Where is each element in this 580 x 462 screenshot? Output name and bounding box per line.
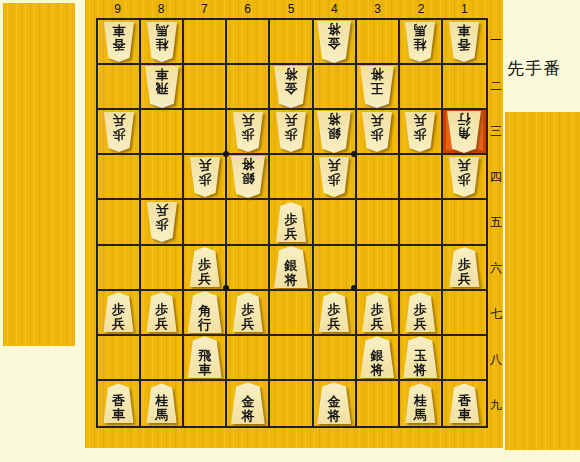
star-point xyxy=(351,151,357,157)
piece-face: 歩兵 xyxy=(232,292,264,332)
square-1-1[interactable]: 香車 xyxy=(443,20,486,65)
turn-indicator: 先手番 xyxy=(507,57,577,80)
piece-kanji: 将 xyxy=(284,67,297,81)
piece-kanji: 歩 xyxy=(371,303,384,317)
piece-kanji: 兵 xyxy=(328,317,341,331)
square-8-8[interactable] xyxy=(141,336,184,381)
piece-kanji: 将 xyxy=(328,112,341,126)
square-6-9[interactable]: 金将 xyxy=(227,381,270,426)
square-6-1[interactable] xyxy=(227,20,270,65)
piece-face: 金将 xyxy=(273,66,309,108)
piece-sente-bishop-77[interactable]: 角行 xyxy=(187,291,223,333)
piece-kanji: 飛 xyxy=(155,81,168,95)
piece-gote-gold-52[interactable]: 金将 xyxy=(273,66,309,108)
piece-face: 歩兵 xyxy=(318,157,350,197)
piece-kanji: 角 xyxy=(198,304,211,318)
piece-face: 銀将 xyxy=(316,111,352,153)
square-3-3[interactable]: 歩兵 xyxy=(357,110,400,155)
file-label-2: 2 xyxy=(399,0,442,18)
rank-label-7: 七 xyxy=(489,291,503,337)
square-7-1[interactable] xyxy=(184,20,227,65)
piece-sente-pawn-76[interactable]: 歩兵 xyxy=(189,247,221,287)
piece-kanji: 馬 xyxy=(155,23,168,37)
square-4-9[interactable]: 金将 xyxy=(314,381,357,426)
piece-sente-pawn-87[interactable]: 歩兵 xyxy=(146,292,178,332)
piece-face: 歩兵 xyxy=(404,112,436,152)
piece-face: 歩兵 xyxy=(275,202,307,242)
square-2-9[interactable]: 桂馬 xyxy=(400,381,443,426)
piece-gote-gold-41[interactable]: 金将 xyxy=(316,21,352,63)
gote-captured-pieces-stand[interactable] xyxy=(3,3,75,346)
piece-kanji: 兵 xyxy=(414,317,427,331)
piece-face: 歩兵 xyxy=(103,292,135,332)
square-2-3[interactable]: 歩兵 xyxy=(400,110,443,155)
piece-kanji: 兵 xyxy=(241,113,254,127)
piece-kanji: 金 xyxy=(328,36,341,50)
piece-kanji: 歩 xyxy=(458,172,471,186)
piece-kanji: 兵 xyxy=(414,113,427,127)
piece-sente-gold-69[interactable]: 金将 xyxy=(230,382,266,424)
piece-face: 金将 xyxy=(230,382,266,424)
piece-gote-pawn-14[interactable]: 歩兵 xyxy=(448,157,480,197)
piece-kanji: 兵 xyxy=(155,203,168,217)
file-label-4: 4 xyxy=(313,0,356,18)
piece-gote-pawn-93[interactable]: 歩兵 xyxy=(103,112,135,152)
square-6-7[interactable]: 歩兵 xyxy=(227,291,270,336)
square-7-5[interactable] xyxy=(184,200,227,245)
piece-kanji: 将 xyxy=(371,363,384,377)
square-6-5[interactable] xyxy=(227,200,270,245)
square-7-2[interactable] xyxy=(184,65,227,110)
piece-face: 王将 xyxy=(359,66,395,108)
square-5-2[interactable]: 金将 xyxy=(270,65,313,110)
square-2-1[interactable]: 桂馬 xyxy=(400,20,443,65)
square-9-6[interactable] xyxy=(98,246,141,291)
piece-face: 飛車 xyxy=(144,66,180,108)
piece-kanji: 桂 xyxy=(155,394,168,408)
piece-sente-lance-19[interactable]: 香車 xyxy=(448,383,480,423)
piece-kanji: 桂 xyxy=(155,37,168,51)
piece-kanji: 兵 xyxy=(458,158,471,172)
piece-kanji: 香 xyxy=(112,394,125,408)
piece-kanji: 将 xyxy=(328,22,341,36)
square-2-4[interactable] xyxy=(400,155,443,200)
piece-face: 桂馬 xyxy=(404,383,436,423)
piece-kanji: 兵 xyxy=(198,158,211,172)
square-1-9[interactable]: 香車 xyxy=(443,381,486,426)
square-9-4[interactable] xyxy=(98,155,141,200)
file-label-6: 6 xyxy=(226,0,269,18)
piece-kanji: 車 xyxy=(458,408,471,422)
piece-gote-pawn-74[interactable]: 歩兵 xyxy=(189,157,221,197)
piece-kanji: 金 xyxy=(241,395,254,409)
piece-gote-pawn-85[interactable]: 歩兵 xyxy=(146,202,178,242)
piece-kanji: 銀 xyxy=(284,259,297,273)
square-1-7[interactable] xyxy=(443,291,486,336)
rank-label-2: 二 xyxy=(489,64,503,110)
file-label-9: 9 xyxy=(96,0,139,18)
square-8-3[interactable] xyxy=(141,110,184,155)
piece-kanji: 兵 xyxy=(241,317,254,331)
piece-kanji: 兵 xyxy=(328,158,341,172)
piece-face: 歩兵 xyxy=(103,112,135,152)
rank-label-9: 九 xyxy=(489,382,503,428)
square-7-3[interactable] xyxy=(184,110,227,155)
piece-kanji: 桂 xyxy=(414,37,427,51)
square-7-7[interactable]: 角行 xyxy=(184,291,227,336)
piece-face: 香車 xyxy=(448,22,480,62)
piece-kanji: 飛 xyxy=(198,349,211,363)
piece-gote-pawn-23[interactable]: 歩兵 xyxy=(404,112,436,152)
square-4-5[interactable] xyxy=(314,200,357,245)
piece-face: 飛車 xyxy=(187,336,223,378)
square-9-5[interactable] xyxy=(98,200,141,245)
piece-sente-pawn-47[interactable]: 歩兵 xyxy=(318,292,350,332)
file-coordinate-labels: 987654321 xyxy=(96,0,486,18)
square-5-5[interactable]: 歩兵 xyxy=(270,200,313,245)
piece-face: 香車 xyxy=(103,22,135,62)
piece-kanji: 将 xyxy=(414,363,427,377)
piece-kanji: 行 xyxy=(458,112,471,126)
rank-coordinate-labels: 一二三四五六七八九 xyxy=(489,18,503,428)
square-6-2[interactable] xyxy=(227,65,270,110)
square-3-7[interactable]: 歩兵 xyxy=(357,291,400,336)
square-8-6[interactable] xyxy=(141,246,184,291)
square-8-4[interactable] xyxy=(141,155,184,200)
square-8-9[interactable]: 桂馬 xyxy=(141,381,184,426)
rank-label-6: 六 xyxy=(489,246,503,292)
piece-kanji: 歩 xyxy=(328,172,341,186)
piece-kanji: 馬 xyxy=(155,408,168,422)
piece-face: 香車 xyxy=(448,383,480,423)
file-label-1: 1 xyxy=(443,0,486,18)
square-9-3[interactable]: 歩兵 xyxy=(98,110,141,155)
rank-label-1: 一 xyxy=(489,18,503,64)
square-1-5[interactable] xyxy=(443,200,486,245)
piece-kanji: 兵 xyxy=(112,317,125,331)
piece-kanji: 馬 xyxy=(414,23,427,37)
piece-sente-pawn-27[interactable]: 歩兵 xyxy=(404,292,436,332)
piece-sente-knight-29[interactable]: 桂馬 xyxy=(404,383,436,423)
rank-label-5: 五 xyxy=(489,200,503,246)
square-3-5[interactable] xyxy=(357,200,400,245)
piece-face: 歩兵 xyxy=(146,292,178,332)
star-point xyxy=(223,285,229,291)
piece-kanji: 車 xyxy=(155,67,168,81)
square-3-9[interactable] xyxy=(357,381,400,426)
piece-kanji: 兵 xyxy=(112,113,125,127)
square-1-8[interactable] xyxy=(443,336,486,381)
piece-gote-knight-21[interactable]: 桂馬 xyxy=(404,22,436,62)
square-6-4[interactable]: 銀将 xyxy=(227,155,270,200)
piece-kanji: 歩 xyxy=(155,303,168,317)
piece-kanji: 歩 xyxy=(198,172,211,186)
square-4-2[interactable] xyxy=(314,65,357,110)
piece-gote-knight-81[interactable]: 桂馬 xyxy=(146,22,178,62)
piece-kanji: 車 xyxy=(198,363,211,377)
piece-gote-lance-91[interactable]: 香車 xyxy=(103,22,135,62)
square-9-2[interactable] xyxy=(98,65,141,110)
piece-kanji: 香 xyxy=(458,394,471,408)
square-4-3[interactable]: 銀将 xyxy=(314,110,357,155)
square-5-8[interactable] xyxy=(270,336,313,381)
piece-face: 角行 xyxy=(187,291,223,333)
square-6-3[interactable]: 歩兵 xyxy=(227,110,270,155)
square-4-7[interactable]: 歩兵 xyxy=(314,291,357,336)
piece-gote-pawn-33[interactable]: 歩兵 xyxy=(361,112,393,152)
piece-face: 歩兵 xyxy=(404,292,436,332)
piece-gote-silver-43[interactable]: 銀将 xyxy=(316,111,352,153)
piece-gote-silver-64[interactable]: 銀将 xyxy=(230,156,266,198)
piece-kanji: 行 xyxy=(198,318,211,332)
piece-kanji: 兵 xyxy=(284,227,297,241)
piece-kanji: 金 xyxy=(328,395,341,409)
piece-sente-king-28[interactable]: 玉将 xyxy=(402,336,438,378)
piece-kanji: 将 xyxy=(241,157,254,171)
square-8-7[interactable]: 歩兵 xyxy=(141,291,184,336)
piece-face: 桂馬 xyxy=(146,383,178,423)
file-label-3: 3 xyxy=(356,0,399,18)
piece-kanji: 兵 xyxy=(284,113,297,127)
piece-kanji: 金 xyxy=(284,81,297,95)
piece-kanji: 車 xyxy=(458,23,471,37)
square-8-5[interactable]: 歩兵 xyxy=(141,200,184,245)
piece-face: 銀将 xyxy=(273,246,309,288)
piece-face: 歩兵 xyxy=(361,112,393,152)
piece-kanji: 歩 xyxy=(458,258,471,272)
piece-sente-rook-78[interactable]: 飛車 xyxy=(187,336,223,378)
piece-kanji: 歩 xyxy=(414,127,427,141)
piece-face: 桂馬 xyxy=(404,22,436,62)
piece-face: 金将 xyxy=(316,382,352,424)
piece-face: 歩兵 xyxy=(361,292,393,332)
piece-kanji: 銀 xyxy=(328,126,341,140)
file-label-5: 5 xyxy=(269,0,312,18)
piece-gote-rook-82[interactable]: 飛車 xyxy=(144,66,180,108)
square-4-1[interactable]: 金将 xyxy=(314,20,357,65)
piece-face: 金将 xyxy=(316,21,352,63)
square-1-4[interactable]: 歩兵 xyxy=(443,155,486,200)
piece-kanji: 兵 xyxy=(155,317,168,331)
square-2-8[interactable]: 玉将 xyxy=(400,336,443,381)
piece-kanji: 馬 xyxy=(414,408,427,422)
piece-kanji: 兵 xyxy=(371,317,384,331)
square-9-9[interactable]: 香車 xyxy=(98,381,141,426)
square-2-7[interactable]: 歩兵 xyxy=(400,291,443,336)
piece-face: 玉将 xyxy=(402,336,438,378)
square-7-9[interactable] xyxy=(184,381,227,426)
piece-sente-lance-99[interactable]: 香車 xyxy=(103,383,135,423)
square-9-1[interactable]: 香車 xyxy=(98,20,141,65)
square-1-3[interactable]: 角行 xyxy=(443,110,486,155)
square-9-8[interactable] xyxy=(98,336,141,381)
piece-face: 歩兵 xyxy=(189,157,221,197)
square-5-4[interactable] xyxy=(270,155,313,200)
square-3-8[interactable]: 銀将 xyxy=(357,336,400,381)
piece-gote-pawn-44[interactable]: 歩兵 xyxy=(318,157,350,197)
piece-face: 銀将 xyxy=(230,156,266,198)
piece-kanji: 歩 xyxy=(284,127,297,141)
piece-face: 歩兵 xyxy=(448,157,480,197)
piece-kanji: 桂 xyxy=(414,394,427,408)
piece-face: 桂馬 xyxy=(146,22,178,62)
square-3-6[interactable] xyxy=(357,246,400,291)
piece-kanji: 兵 xyxy=(371,113,384,127)
square-5-6[interactable]: 銀将 xyxy=(270,246,313,291)
piece-kanji: 角 xyxy=(458,126,471,140)
piece-kanji: 将 xyxy=(371,67,384,81)
square-2-2[interactable] xyxy=(400,65,443,110)
piece-kanji: 香 xyxy=(112,37,125,51)
square-5-3[interactable]: 歩兵 xyxy=(270,110,313,155)
piece-kanji: 歩 xyxy=(284,213,297,227)
square-7-4[interactable]: 歩兵 xyxy=(184,155,227,200)
piece-kanji: 将 xyxy=(328,409,341,423)
square-4-4[interactable]: 歩兵 xyxy=(314,155,357,200)
square-1-2[interactable] xyxy=(443,65,486,110)
piece-kanji: 車 xyxy=(112,408,125,422)
piece-kanji: 銀 xyxy=(241,171,254,185)
square-5-1[interactable] xyxy=(270,20,313,65)
piece-face: 歩兵 xyxy=(146,202,178,242)
square-2-5[interactable] xyxy=(400,200,443,245)
square-7-8[interactable]: 飛車 xyxy=(184,336,227,381)
square-5-7[interactable] xyxy=(270,291,313,336)
square-6-6[interactable] xyxy=(227,246,270,291)
square-2-6[interactable] xyxy=(400,246,443,291)
square-4-6[interactable] xyxy=(314,246,357,291)
piece-kanji: 歩 xyxy=(328,303,341,317)
square-8-2[interactable]: 飛車 xyxy=(141,65,184,110)
piece-kanji: 歩 xyxy=(414,303,427,317)
piece-face: 歩兵 xyxy=(318,292,350,332)
piece-kanji: 歩 xyxy=(198,258,211,272)
sente-captured-pieces-stand[interactable] xyxy=(505,112,580,450)
piece-face: 銀将 xyxy=(359,336,395,378)
rank-label-3: 三 xyxy=(489,109,503,155)
shogi-board-block: 987654321 香車桂馬金将桂馬香車飛車金将王将歩兵歩兵歩兵銀将歩兵歩兵角行… xyxy=(85,0,503,448)
piece-kanji: 将 xyxy=(284,273,297,287)
square-6-8[interactable] xyxy=(227,336,270,381)
piece-kanji: 歩 xyxy=(112,303,125,317)
piece-sente-silver-56[interactable]: 銀将 xyxy=(273,246,309,288)
piece-gote-bishop-13[interactable]: 角行 xyxy=(446,111,482,153)
square-3-1[interactable] xyxy=(357,20,400,65)
piece-kanji: 将 xyxy=(241,409,254,423)
piece-sente-pawn-16[interactable]: 歩兵 xyxy=(448,247,480,287)
square-8-1[interactable]: 桂馬 xyxy=(141,20,184,65)
piece-sente-pawn-37[interactable]: 歩兵 xyxy=(361,292,393,332)
piece-kanji: 王 xyxy=(371,81,384,95)
square-7-6[interactable]: 歩兵 xyxy=(184,246,227,291)
star-point xyxy=(223,151,229,157)
piece-gote-lance-11[interactable]: 香車 xyxy=(448,22,480,62)
piece-face: 歩兵 xyxy=(189,247,221,287)
piece-kanji: 銀 xyxy=(371,349,384,363)
piece-face: 角行 xyxy=(446,111,482,153)
piece-sente-pawn-67[interactable]: 歩兵 xyxy=(232,292,264,332)
piece-kanji: 歩 xyxy=(155,217,168,231)
square-3-4[interactable] xyxy=(357,155,400,200)
piece-gote-pawn-63[interactable]: 歩兵 xyxy=(232,112,264,152)
piece-gote-king-32[interactable]: 王将 xyxy=(359,66,395,108)
piece-kanji: 歩 xyxy=(112,127,125,141)
rank-label-4: 四 xyxy=(489,155,503,201)
square-1-6[interactable]: 歩兵 xyxy=(443,246,486,291)
star-point xyxy=(351,285,357,291)
piece-kanji: 香 xyxy=(458,37,471,51)
piece-gote-pawn-53[interactable]: 歩兵 xyxy=(275,112,307,152)
piece-kanji: 歩 xyxy=(241,303,254,317)
piece-kanji: 兵 xyxy=(198,272,211,286)
piece-sente-gold-49[interactable]: 金将 xyxy=(316,382,352,424)
piece-sente-pawn-97[interactable]: 歩兵 xyxy=(103,292,135,332)
piece-sente-pawn-55[interactable]: 歩兵 xyxy=(275,202,307,242)
square-5-9[interactable] xyxy=(270,381,313,426)
piece-kanji: 歩 xyxy=(241,127,254,141)
piece-sente-knight-89[interactable]: 桂馬 xyxy=(146,383,178,423)
shogi-board-grid[interactable]: 香車桂馬金将桂馬香車飛車金将王将歩兵歩兵歩兵銀将歩兵歩兵角行歩兵銀将歩兵歩兵歩兵… xyxy=(96,18,488,428)
square-9-7[interactable]: 歩兵 xyxy=(98,291,141,336)
file-label-7: 7 xyxy=(183,0,226,18)
square-3-2[interactable]: 王将 xyxy=(357,65,400,110)
piece-kanji: 歩 xyxy=(371,127,384,141)
piece-kanji: 車 xyxy=(112,23,125,37)
piece-kanji: 玉 xyxy=(414,349,427,363)
file-label-8: 8 xyxy=(139,0,182,18)
piece-sente-silver-38[interactable]: 銀将 xyxy=(359,336,395,378)
rank-label-8: 八 xyxy=(489,337,503,383)
piece-kanji: 兵 xyxy=(458,272,471,286)
piece-face: 歩兵 xyxy=(275,112,307,152)
piece-face: 香車 xyxy=(103,383,135,423)
piece-face: 歩兵 xyxy=(448,247,480,287)
piece-face: 歩兵 xyxy=(232,112,264,152)
square-4-8[interactable] xyxy=(314,336,357,381)
